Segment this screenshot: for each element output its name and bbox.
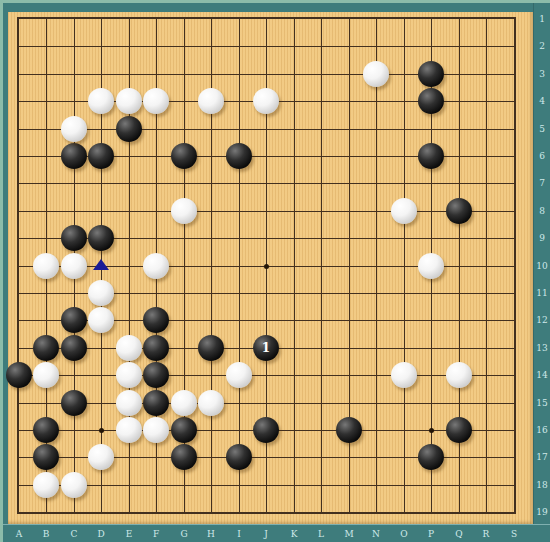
black-stone [253, 417, 279, 443]
column-label: F [148, 528, 164, 540]
column-label: R [478, 528, 494, 540]
black-stone [61, 225, 87, 251]
column-label: N [368, 528, 384, 540]
white-stone [226, 362, 252, 388]
column-label: E [121, 528, 137, 540]
white-stone [88, 444, 114, 470]
star-point [99, 428, 104, 433]
white-stone [143, 417, 169, 443]
black-stone [418, 444, 444, 470]
row-label: 9 [534, 232, 550, 244]
row-label: 16 [534, 424, 550, 436]
row-label: 17 [534, 451, 550, 463]
black-stone [143, 390, 169, 416]
row-label: 14 [534, 369, 550, 381]
black-stone [226, 444, 252, 470]
column-label: L [313, 528, 329, 540]
white-stone [171, 198, 197, 224]
row-label: 15 [534, 397, 550, 409]
column-label: M [341, 528, 357, 540]
black-stone [226, 143, 252, 169]
white-stone [116, 362, 142, 388]
white-stone [446, 362, 472, 388]
row-label: 11 [534, 287, 550, 299]
row-label: 10 [534, 260, 550, 272]
white-stone [198, 390, 224, 416]
triangle-marker [93, 259, 109, 270]
white-stone [61, 472, 87, 498]
black-stone [116, 116, 142, 142]
row-label: 6 [534, 150, 550, 162]
star-point [264, 264, 269, 269]
row-label: 12 [534, 314, 550, 326]
column-label: C [66, 528, 82, 540]
black-stone [418, 143, 444, 169]
row-label: 5 [534, 123, 550, 135]
black-stone [143, 335, 169, 361]
white-stone [88, 307, 114, 333]
column-label: G [176, 528, 192, 540]
column-label: S [506, 528, 522, 540]
column-label: O [396, 528, 412, 540]
column-label: I [231, 528, 247, 540]
row-label: 19 [534, 506, 550, 518]
white-stone [88, 88, 114, 114]
black-stone [143, 362, 169, 388]
black-stone: 1 [253, 335, 279, 361]
move-number-label: 1 [253, 335, 279, 361]
row-label: 18 [534, 479, 550, 491]
white-stone [253, 88, 279, 114]
white-stone [391, 198, 417, 224]
black-stone [171, 417, 197, 443]
go-app-window: 1 12345678910111213141516171819ABCDEFGHI… [0, 0, 550, 542]
black-stone [336, 417, 362, 443]
white-stone [198, 88, 224, 114]
black-stone [61, 390, 87, 416]
row-label: 8 [534, 205, 550, 217]
column-label: J [258, 528, 274, 540]
black-stone [418, 88, 444, 114]
white-stone [33, 362, 59, 388]
white-stone [61, 253, 87, 279]
row-label: 1 [534, 13, 550, 25]
white-stone [61, 116, 87, 142]
column-label: H [203, 528, 219, 540]
column-coordinate-bar [0, 524, 550, 542]
column-label: B [38, 528, 54, 540]
window-bevel-left [0, 0, 3, 542]
goban-board-surface[interactable]: 1 [0, 0, 550, 542]
black-stone [33, 417, 59, 443]
black-stone [6, 362, 32, 388]
black-stone [33, 335, 59, 361]
black-stone [143, 307, 169, 333]
black-stone [88, 225, 114, 251]
column-label: Q [451, 528, 467, 540]
row-label: 2 [534, 40, 550, 52]
column-label: D [93, 528, 109, 540]
window-bevel-top [0, 0, 550, 3]
row-label: 7 [534, 177, 550, 189]
row-label: 3 [534, 68, 550, 80]
white-stone [418, 253, 444, 279]
white-stone [88, 280, 114, 306]
white-stone [116, 417, 142, 443]
column-label: A [11, 528, 27, 540]
black-stone [61, 335, 87, 361]
white-stone [143, 88, 169, 114]
row-label: 4 [534, 95, 550, 107]
white-stone [116, 88, 142, 114]
star-point [429, 428, 434, 433]
white-stone [171, 390, 197, 416]
white-stone [33, 253, 59, 279]
black-stone [171, 143, 197, 169]
row-label: 13 [534, 342, 550, 354]
black-stone [33, 444, 59, 470]
column-label: P [423, 528, 439, 540]
white-stone [116, 390, 142, 416]
white-stone [33, 472, 59, 498]
white-stone [116, 335, 142, 361]
white-stone [363, 61, 389, 87]
black-stone [88, 143, 114, 169]
black-stone [418, 61, 444, 87]
black-stone [171, 444, 197, 470]
black-stone [446, 417, 472, 443]
column-label: K [286, 528, 302, 540]
white-stone [143, 253, 169, 279]
white-stone [391, 362, 417, 388]
black-stone [446, 198, 472, 224]
black-stone [61, 143, 87, 169]
black-stone [198, 335, 224, 361]
black-stone [61, 307, 87, 333]
